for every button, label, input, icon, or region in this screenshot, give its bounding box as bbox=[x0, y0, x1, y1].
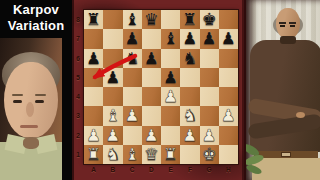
square-a6: ♟ bbox=[84, 49, 103, 68]
white-pawn: ♟ bbox=[221, 106, 236, 125]
square-h1 bbox=[219, 145, 238, 164]
black-pawn: ♟ bbox=[202, 29, 217, 48]
square-h5 bbox=[219, 68, 238, 87]
square-e2 bbox=[161, 126, 180, 145]
white-knight: ♞ bbox=[182, 106, 197, 125]
black-pawn: ♟ bbox=[144, 49, 159, 68]
file-label-c: C bbox=[123, 163, 142, 176]
square-g2: ♟ bbox=[200, 126, 219, 145]
square-e3 bbox=[161, 106, 180, 125]
square-h4 bbox=[219, 87, 238, 106]
square-e8 bbox=[161, 10, 180, 29]
black-pawn: ♟ bbox=[125, 29, 140, 48]
square-h6 bbox=[219, 49, 238, 68]
white-king: ♚ bbox=[202, 145, 217, 164]
white-bishop: ♝ bbox=[125, 145, 140, 164]
white-pawn: ♟ bbox=[163, 87, 178, 106]
file-labels: ABCDEFGH bbox=[84, 163, 238, 176]
square-f7: ♟ bbox=[180, 29, 199, 48]
square-c1: ♝ bbox=[123, 145, 142, 164]
square-a4 bbox=[84, 87, 103, 106]
square-f3: ♞ bbox=[180, 106, 199, 125]
white-pawn: ♟ bbox=[202, 126, 217, 145]
square-d8: ♛ bbox=[142, 10, 161, 29]
karpov-eyebrow bbox=[12, 94, 23, 96]
file-label-h: H bbox=[219, 163, 238, 176]
rank-label-8: 8 bbox=[72, 10, 84, 29]
square-c7: ♟ bbox=[123, 29, 142, 48]
square-b5: ♟ bbox=[103, 68, 122, 87]
rank-label-4: 4 bbox=[72, 87, 84, 106]
karpov-nose bbox=[26, 102, 34, 117]
square-f5 bbox=[180, 68, 199, 87]
white-bishop: ♝ bbox=[105, 106, 120, 125]
white-pawn: ♟ bbox=[105, 126, 120, 145]
square-f6: ♞ bbox=[180, 49, 199, 68]
square-c6: ♞ bbox=[123, 49, 142, 68]
square-a1: ♜ bbox=[84, 145, 103, 164]
square-b7 bbox=[103, 29, 122, 48]
file-label-g: G bbox=[200, 163, 219, 176]
white-rook: ♜ bbox=[86, 145, 101, 164]
chessboard-frame: 87654321 ABCDEFGH ♜♝♛♜♚♟♝♟♟♟♟♞♟♞♟♟♟♝♟♞♟♟… bbox=[72, 0, 244, 180]
chessboard: ♜♝♛♜♚♟♝♟♟♟♟♞♟♞♟♟♟♝♟♞♟♟♟♟♟♟♜♞♝♛♜♚ bbox=[84, 10, 238, 164]
square-f8: ♜ bbox=[180, 10, 199, 29]
square-g3 bbox=[200, 106, 219, 125]
square-h8 bbox=[219, 10, 238, 29]
black-pawn: ♟ bbox=[221, 29, 236, 48]
square-g5 bbox=[200, 68, 219, 87]
video-frame: Karpov Variation 87654321 ABCDEFGH ♜♝♛♜♚… bbox=[0, 0, 320, 180]
left-panel: Karpov Variation bbox=[0, 0, 72, 180]
black-queen: ♛ bbox=[144, 10, 159, 29]
black-king: ♚ bbox=[202, 10, 217, 29]
square-b4 bbox=[103, 87, 122, 106]
black-rook: ♜ bbox=[86, 10, 101, 29]
square-a2: ♟ bbox=[84, 126, 103, 145]
square-b2: ♟ bbox=[103, 126, 122, 145]
square-d4 bbox=[142, 87, 161, 106]
square-c4 bbox=[123, 87, 142, 106]
file-label-d: D bbox=[142, 163, 161, 176]
square-b6 bbox=[103, 49, 122, 68]
kasparov-trousers bbox=[252, 158, 320, 180]
square-c5 bbox=[123, 68, 142, 87]
black-pawn: ♟ bbox=[182, 29, 197, 48]
title-line1: Karpov bbox=[0, 2, 72, 18]
square-e5: ♟ bbox=[161, 68, 180, 87]
black-bishop: ♝ bbox=[125, 10, 140, 29]
square-c3: ♟ bbox=[123, 106, 142, 125]
square-b8 bbox=[103, 10, 122, 29]
rank-labels: 87654321 bbox=[72, 10, 84, 164]
variation-title: Karpov Variation bbox=[0, 2, 72, 34]
black-knight: ♞ bbox=[182, 49, 197, 68]
black-pawn: ♟ bbox=[86, 49, 101, 68]
square-b1: ♞ bbox=[103, 145, 122, 164]
rank-label-3: 3 bbox=[72, 106, 84, 125]
rank-label-2: 2 bbox=[72, 126, 84, 145]
square-d6: ♟ bbox=[142, 49, 161, 68]
square-e6 bbox=[161, 49, 180, 68]
square-d5 bbox=[142, 68, 161, 87]
karpov-mouth bbox=[20, 125, 38, 128]
square-g4 bbox=[200, 87, 219, 106]
square-h3: ♟ bbox=[219, 106, 238, 125]
white-pawn: ♟ bbox=[144, 126, 159, 145]
rank-label-6: 6 bbox=[72, 49, 84, 68]
rank-label-5: 5 bbox=[72, 68, 84, 87]
kasparov-hand bbox=[296, 112, 305, 118]
square-a8: ♜ bbox=[84, 10, 103, 29]
square-e4: ♟ bbox=[161, 87, 180, 106]
white-pawn: ♟ bbox=[125, 106, 140, 125]
square-e1: ♜ bbox=[161, 145, 180, 164]
square-d2: ♟ bbox=[142, 126, 161, 145]
kasparov-turtleneck bbox=[280, 36, 296, 44]
black-rook: ♜ bbox=[182, 10, 197, 29]
white-knight: ♞ bbox=[105, 145, 120, 164]
file-label-f: F bbox=[180, 163, 199, 176]
square-f4 bbox=[180, 87, 199, 106]
square-a7 bbox=[84, 29, 103, 48]
square-d3 bbox=[142, 106, 161, 125]
square-h2 bbox=[219, 126, 238, 145]
square-a3 bbox=[84, 106, 103, 125]
white-queen: ♛ bbox=[144, 145, 159, 164]
karpov-eye bbox=[13, 100, 22, 103]
square-g1: ♚ bbox=[200, 145, 219, 164]
square-d7 bbox=[142, 29, 161, 48]
black-pawn: ♟ bbox=[105, 68, 120, 87]
square-g7: ♟ bbox=[200, 29, 219, 48]
kasparov-face bbox=[276, 8, 300, 39]
kasparov-photo bbox=[244, 0, 320, 180]
square-g6 bbox=[200, 49, 219, 68]
karpov-photo bbox=[0, 38, 62, 180]
square-g8: ♚ bbox=[200, 10, 219, 29]
kasparov-eye bbox=[290, 25, 295, 27]
kasparov-eyebrow bbox=[279, 22, 286, 24]
black-pawn: ♟ bbox=[163, 68, 178, 87]
karpov-eye bbox=[35, 100, 44, 103]
white-pawn: ♟ bbox=[86, 126, 101, 145]
black-knight: ♞ bbox=[125, 49, 140, 68]
file-label-a: A bbox=[84, 163, 103, 176]
white-pawn: ♟ bbox=[182, 126, 197, 145]
rank-label-7: 7 bbox=[72, 29, 84, 48]
file-label-e: E bbox=[161, 163, 180, 176]
square-b3: ♝ bbox=[103, 106, 122, 125]
kasparov-eyebrow bbox=[289, 22, 296, 24]
square-e7: ♝ bbox=[161, 29, 180, 48]
square-f1 bbox=[180, 145, 199, 164]
kasparov-belt-buckle bbox=[281, 152, 291, 157]
black-bishop: ♝ bbox=[163, 29, 178, 48]
karpov-neck bbox=[23, 137, 39, 149]
square-c8: ♝ bbox=[123, 10, 142, 29]
white-rook: ♜ bbox=[163, 145, 178, 164]
title-line2: Variation bbox=[0, 18, 72, 34]
square-c2 bbox=[123, 126, 142, 145]
file-label-b: B bbox=[103, 163, 122, 176]
kasparov-eye bbox=[280, 25, 285, 27]
square-f2: ♟ bbox=[180, 126, 199, 145]
square-h7: ♟ bbox=[219, 29, 238, 48]
rank-label-1: 1 bbox=[72, 145, 84, 164]
karpov-eyebrow bbox=[35, 94, 46, 96]
square-d1: ♛ bbox=[142, 145, 161, 164]
square-a5 bbox=[84, 68, 103, 87]
